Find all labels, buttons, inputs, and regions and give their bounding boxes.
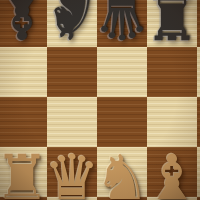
white-queen-glyph: ♛: [44, 150, 100, 200]
chess-piece-white-knight[interactable]: ♞: [97, 150, 147, 200]
white-knight-glyph: ♞: [94, 150, 150, 200]
white-rook-glyph: ♜: [0, 150, 50, 200]
white-bishop-glyph: ♝: [144, 150, 200, 200]
chess-piece-white-queen[interactable]: ♛: [47, 150, 97, 200]
black-bishop-glyph: ♝: [0, 0, 50, 44]
chess-piece-black-bishop[interactable]: ♝: [0, 0, 47, 44]
chess-piece-white-rook[interactable]: ♜: [0, 150, 47, 200]
black-queen-glyph: ♛: [94, 0, 150, 44]
board-square-r2c2-dark[interactable]: [97, 97, 147, 147]
board-square-r2c0-dark[interactable]: [0, 97, 47, 147]
board-square-r1c0-light[interactable]: [0, 47, 47, 97]
board-square-r1c2-light[interactable]: [97, 47, 147, 97]
black-knight-glyph: ♞: [44, 0, 100, 44]
board-square-r2c4-dark[interactable]: [197, 97, 200, 147]
chess-piece-white-bishop[interactable]: ♝: [147, 150, 197, 200]
black-rook-glyph: ♜: [144, 0, 200, 44]
board-square-r1c1-dark[interactable]: [47, 47, 97, 97]
board-square-r1c3-dark[interactable]: [147, 47, 197, 97]
chess-piece-black-rook[interactable]: ♜: [147, 0, 197, 44]
chess-board: ♝♞♛♜♜♛♞♝: [0, 0, 200, 200]
chess-piece-black-queen[interactable]: ♛: [97, 0, 147, 44]
board-square-r2c1-light[interactable]: [47, 97, 97, 147]
chess-piece-black-knight[interactable]: ♞: [47, 0, 97, 44]
board-square-r2c3-light[interactable]: [147, 97, 197, 147]
board-square-r1c4-light[interactable]: [197, 47, 200, 97]
